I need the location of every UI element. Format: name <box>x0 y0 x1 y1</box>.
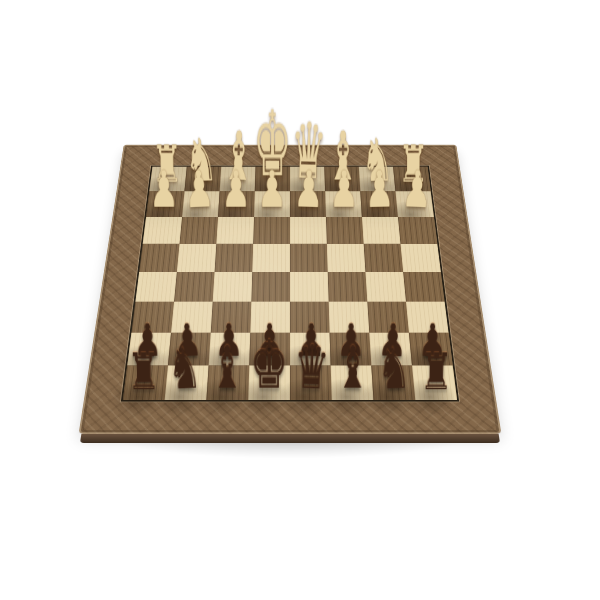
square-g8[interactable]: ♞ <box>165 365 209 400</box>
square-e8[interactable]: ♚ <box>248 365 290 400</box>
square-e4[interactable] <box>252 244 290 272</box>
square-h4[interactable] <box>139 244 179 272</box>
piece-white-pawn-d2[interactable]: ♟ <box>293 164 324 215</box>
board-grid: ♜♞♝♚♛♝♞♜♟♟♟♟♟♟♟♟♟♟♟♟♟♟♟♟♜♞♝♚♛♝♞♜ <box>121 166 459 402</box>
square-a2[interactable]: ♟ <box>395 191 433 217</box>
square-c5[interactable] <box>328 272 368 302</box>
square-d3[interactable] <box>290 217 327 244</box>
square-c2[interactable]: ♟ <box>325 191 362 217</box>
square-a5[interactable] <box>403 272 444 302</box>
square-f8[interactable]: ♝ <box>206 365 249 400</box>
square-g3[interactable] <box>180 217 219 244</box>
square-a4[interactable] <box>400 244 440 272</box>
piece-white-pawn-a2[interactable]: ♟ <box>401 164 433 216</box>
square-b4[interactable] <box>364 244 404 272</box>
square-h3[interactable] <box>143 217 182 244</box>
piece-black-knight-b8[interactable]: ♞ <box>377 341 411 398</box>
piece-black-rook-h8[interactable]: ♜ <box>127 347 161 397</box>
square-e3[interactable] <box>253 217 290 244</box>
piece-white-pawn-f2[interactable]: ♟ <box>221 165 251 216</box>
product-photo: ♜♞♝♚♛♝♞♜♟♟♟♟♟♟♟♟♟♟♟♟♟♟♟♟♜♞♝♚♛♝♞♜ <box>0 0 600 600</box>
square-b8[interactable]: ♞ <box>371 365 415 400</box>
square-f2[interactable]: ♟ <box>218 191 255 217</box>
piece-black-king-e8[interactable]: ♚ <box>250 331 288 398</box>
square-b5[interactable] <box>365 272 406 302</box>
square-a3[interactable] <box>398 217 437 244</box>
square-c3[interactable] <box>326 217 364 244</box>
square-h5[interactable] <box>135 272 176 302</box>
piece-white-pawn-b2[interactable]: ♟ <box>365 164 395 215</box>
piece-black-knight-g8[interactable]: ♞ <box>167 341 203 399</box>
piece-white-pawn-e2[interactable]: ♟ <box>257 165 287 216</box>
piece-black-rook-a8[interactable]: ♜ <box>419 347 453 397</box>
piece-white-pawn-h2[interactable]: ♟ <box>149 165 179 216</box>
square-d2[interactable]: ♟ <box>290 191 326 217</box>
square-c4[interactable] <box>327 244 366 272</box>
square-h2[interactable]: ♟ <box>146 191 184 217</box>
square-c8[interactable]: ♝ <box>331 365 374 400</box>
piece-black-queen-d8[interactable]: ♛ <box>293 337 331 399</box>
square-g5[interactable] <box>174 272 215 302</box>
square-a8[interactable]: ♜ <box>412 365 457 400</box>
square-b3[interactable] <box>362 217 401 244</box>
chess-board: ♜♞♝♚♛♝♞♜♟♟♟♟♟♟♟♟♟♟♟♟♟♟♟♟♜♞♝♚♛♝♞♜ <box>79 145 502 434</box>
square-g2[interactable]: ♟ <box>182 191 220 217</box>
square-b2[interactable]: ♟ <box>360 191 398 217</box>
piece-black-bishop-c8[interactable]: ♝ <box>336 339 370 397</box>
square-d4[interactable] <box>290 244 328 272</box>
square-g4[interactable] <box>177 244 217 272</box>
square-f4[interactable] <box>215 244 254 272</box>
piece-white-pawn-g2[interactable]: ♟ <box>183 164 215 216</box>
square-e2[interactable]: ♟ <box>254 191 290 217</box>
square-h8[interactable]: ♜ <box>123 365 168 400</box>
square-e5[interactable] <box>251 272 290 302</box>
square-d8[interactable]: ♛ <box>290 365 332 400</box>
piece-white-pawn-c2[interactable]: ♟ <box>329 165 359 216</box>
square-f3[interactable] <box>216 217 254 244</box>
piece-black-bishop-f8[interactable]: ♝ <box>210 339 244 397</box>
square-f5[interactable] <box>213 272 253 302</box>
square-d5[interactable] <box>290 272 329 302</box>
